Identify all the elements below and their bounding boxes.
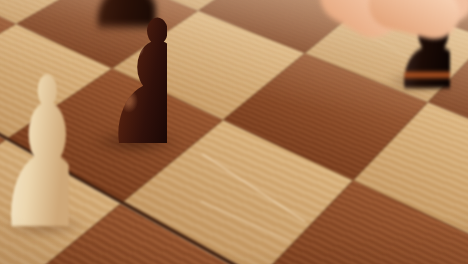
black-pawn[interactable]: ♟ <box>99 14 167 154</box>
chess-photo: ♟ ♟ ♟ ♟ <box>0 0 468 264</box>
held-black-piece[interactable]: ♟ <box>390 0 451 96</box>
white-pawn[interactable]: ♟ <box>0 66 69 242</box>
